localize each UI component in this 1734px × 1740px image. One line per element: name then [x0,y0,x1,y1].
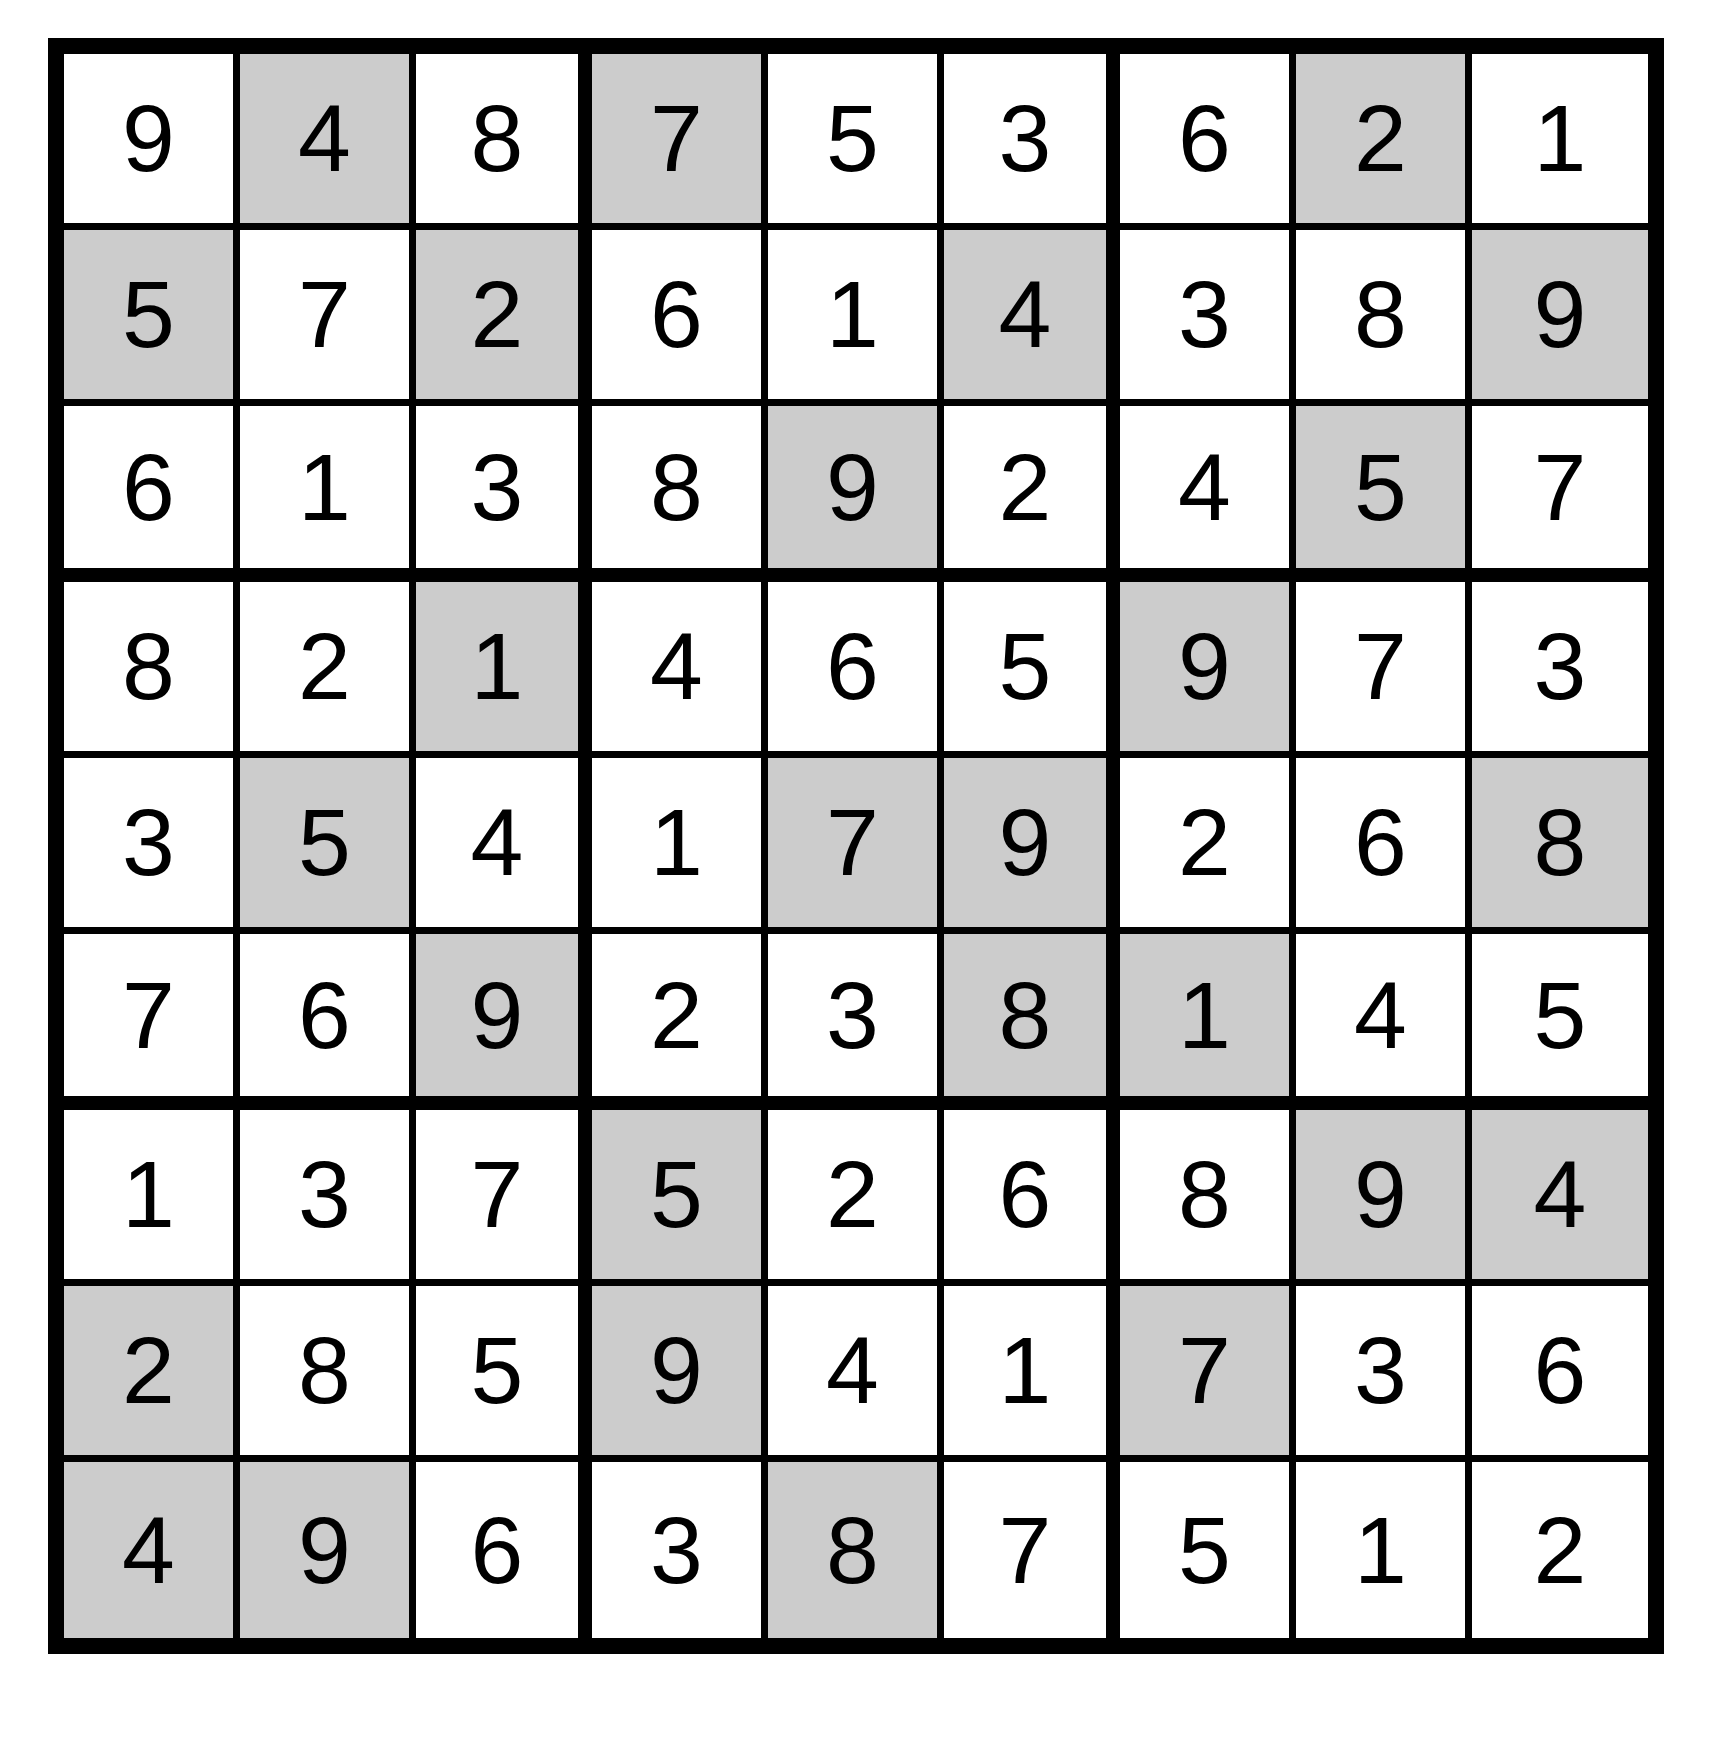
digit: 5 [1534,968,1587,1063]
cell-r8c1[interactable]: 2 [64,1286,240,1462]
cell-r4c8[interactable]: 7 [1296,582,1472,758]
cell-r7c3[interactable]: 7 [416,1110,592,1286]
digit: 9 [1354,1147,1407,1242]
digit: 6 [122,440,175,535]
cell-r8c2[interactable]: 8 [240,1286,416,1462]
cell-r1c4[interactable]: 7 [592,54,768,230]
cell-r9c9[interactable]: 2 [1472,1462,1648,1638]
cell-r9c5[interactable]: 8 [768,1462,944,1638]
digit: 1 [1354,1503,1407,1598]
digit: 9 [122,91,175,186]
digit: 3 [1178,267,1231,362]
digit: 1 [1534,91,1587,186]
cell-r2c5[interactable]: 1 [768,230,944,406]
cell-r3c2[interactable]: 1 [240,406,416,582]
digit: 7 [650,91,703,186]
cell-r7c2[interactable]: 3 [240,1110,416,1286]
digit: 1 [122,1147,175,1242]
cell-r2c9[interactable]: 9 [1472,230,1648,406]
cell-r3c4[interactable]: 8 [592,406,768,582]
digit: 8 [298,1323,351,1418]
cell-r5c1[interactable]: 3 [64,758,240,934]
cell-r4c4[interactable]: 4 [592,582,768,758]
cell-r5c4[interactable]: 1 [592,758,768,934]
digit: 1 [298,440,351,535]
cell-r1c9[interactable]: 1 [1472,54,1648,230]
cell-r6c5[interactable]: 3 [768,934,944,1110]
digit: 9 [1178,619,1231,714]
cell-r8c4[interactable]: 9 [592,1286,768,1462]
cell-r9c1[interactable]: 4 [64,1462,240,1638]
cell-r8c6[interactable]: 1 [944,1286,1120,1462]
digit: 9 [650,1323,703,1418]
digit: 4 [471,795,524,890]
cell-r5c6[interactable]: 9 [944,758,1120,934]
cell-r6c9[interactable]: 5 [1472,934,1648,1110]
cell-r7c8[interactable]: 9 [1296,1110,1472,1286]
cell-r2c7[interactable]: 3 [1120,230,1296,406]
cell-r8c8[interactable]: 3 [1296,1286,1472,1462]
cell-r6c4[interactable]: 2 [592,934,768,1110]
digit: 7 [1534,440,1587,535]
cell-r6c1[interactable]: 7 [64,934,240,1110]
cell-r3c1[interactable]: 6 [64,406,240,582]
digit: 9 [999,795,1052,890]
cell-r4c6[interactable]: 5 [944,582,1120,758]
digit: 2 [1178,795,1231,890]
cell-r8c5[interactable]: 4 [768,1286,944,1462]
digit: 5 [1354,440,1407,535]
cell-r1c7[interactable]: 6 [1120,54,1296,230]
cell-r1c3[interactable]: 8 [416,54,592,230]
cell-r2c8[interactable]: 8 [1296,230,1472,406]
cell-r8c3[interactable]: 5 [416,1286,592,1462]
cell-r2c4[interactable]: 6 [592,230,768,406]
digit: 1 [471,619,524,714]
digit: 3 [122,795,175,890]
cell-r9c7[interactable]: 5 [1120,1462,1296,1638]
cell-r4c5[interactable]: 6 [768,582,944,758]
cell-r2c6[interactable]: 4 [944,230,1120,406]
digit: 3 [1354,1323,1407,1418]
cell-r5c3[interactable]: 4 [416,758,592,934]
digit: 4 [298,91,351,186]
cell-r6c6[interactable]: 8 [944,934,1120,1110]
cell-r9c8[interactable]: 1 [1296,1462,1472,1638]
digit: 9 [298,1503,351,1598]
cell-r5c8[interactable]: 6 [1296,758,1472,934]
digit: 7 [122,968,175,1063]
digit: 8 [122,619,175,714]
page-background: 9487536215726143896138924578214659733541… [0,0,1734,1740]
digit: 7 [826,795,879,890]
cell-r3c7[interactable]: 4 [1120,406,1296,582]
digit: 8 [650,440,703,535]
cell-r3c3[interactable]: 3 [416,406,592,582]
cell-r2c3[interactable]: 2 [416,230,592,406]
digit: 9 [471,968,524,1063]
cell-r6c7[interactable]: 1 [1120,934,1296,1110]
digit: 3 [298,1147,351,1242]
digit: 4 [650,619,703,714]
cell-r7c4[interactable]: 5 [592,1110,768,1286]
cell-r1c6[interactable]: 3 [944,54,1120,230]
cell-r1c8[interactable]: 2 [1296,54,1472,230]
digit: 2 [999,440,1052,535]
digit: 5 [298,795,351,890]
digit: 5 [1178,1503,1231,1598]
digit: 6 [298,968,351,1063]
digit: 3 [999,91,1052,186]
cell-r7c1[interactable]: 1 [64,1110,240,1286]
digit: 3 [650,1503,703,1598]
cell-r1c5[interactable]: 5 [768,54,944,230]
digit: 2 [826,1147,879,1242]
cell-r3c9[interactable]: 7 [1472,406,1648,582]
cell-r6c2[interactable]: 6 [240,934,416,1110]
cell-r4c2[interactable]: 2 [240,582,416,758]
cell-r3c8[interactable]: 5 [1296,406,1472,582]
digit: 3 [826,968,879,1063]
cell-r5c5[interactable]: 7 [768,758,944,934]
cell-r5c9[interactable]: 8 [1472,758,1648,934]
digit: 2 [1354,91,1407,186]
digit: 2 [298,619,351,714]
digit: 8 [826,1503,879,1598]
digit: 3 [1534,619,1587,714]
digit: 6 [471,1503,524,1598]
digit: 7 [298,267,351,362]
digit: 5 [999,619,1052,714]
cell-r2c1[interactable]: 5 [64,230,240,406]
digit: 4 [1178,440,1231,535]
cell-r4c3[interactable]: 1 [416,582,592,758]
cell-r6c8[interactable]: 4 [1296,934,1472,1110]
digit: 1 [826,267,879,362]
digit: 6 [650,267,703,362]
cell-r4c7[interactable]: 9 [1120,582,1296,758]
cell-r2c2[interactable]: 7 [240,230,416,406]
digit: 5 [471,1323,524,1418]
digit: 2 [471,267,524,362]
digit: 8 [471,91,524,186]
cell-r9c6[interactable]: 7 [944,1462,1120,1638]
digit: 8 [1354,267,1407,362]
cell-r1c1[interactable]: 9 [64,54,240,230]
sudoku-board: 9487536215726143896138924578214659733541… [48,38,1664,1654]
cell-r9c2[interactable]: 9 [240,1462,416,1638]
digit: 2 [122,1323,175,1418]
cell-r9c3[interactable]: 6 [416,1462,592,1638]
cell-r7c6[interactable]: 6 [944,1110,1120,1286]
digit: 6 [1534,1323,1587,1418]
digit: 4 [1354,968,1407,1063]
cell-r1c2[interactable]: 4 [240,54,416,230]
digit: 6 [999,1147,1052,1242]
digit: 1 [999,1323,1052,1418]
digit: 9 [1534,267,1587,362]
digit: 8 [999,968,1052,1063]
digit: 5 [826,91,879,186]
digit: 7 [999,1503,1052,1598]
digit: 4 [826,1323,879,1418]
digit: 4 [1534,1147,1587,1242]
digit: 4 [122,1503,175,1598]
digit: 1 [650,795,703,890]
digit: 4 [999,267,1052,362]
digit: 8 [1534,795,1587,890]
cell-r7c5[interactable]: 2 [768,1110,944,1286]
digit: 7 [471,1147,524,1242]
digit: 3 [471,440,524,535]
cell-r7c7[interactable]: 8 [1120,1110,1296,1286]
cell-r5c2[interactable]: 5 [240,758,416,934]
digit: 9 [826,440,879,535]
digit: 1 [1178,968,1231,1063]
cell-r6c3[interactable]: 9 [416,934,592,1110]
digit: 6 [1354,795,1407,890]
digit: 6 [1178,91,1231,186]
cell-r8c7[interactable]: 7 [1120,1286,1296,1462]
digit: 2 [650,968,703,1063]
digit: 5 [650,1147,703,1242]
digit: 7 [1354,619,1407,714]
cell-r9c4[interactable]: 3 [592,1462,768,1638]
digit: 6 [826,619,879,714]
cell-r4c1[interactable]: 8 [64,582,240,758]
digit: 7 [1178,1323,1231,1418]
cell-r8c9[interactable]: 6 [1472,1286,1648,1462]
digit: 5 [122,267,175,362]
cell-r3c6[interactable]: 2 [944,406,1120,582]
cell-r3c5[interactable]: 9 [768,406,944,582]
cell-r4c9[interactable]: 3 [1472,582,1648,758]
digit: 2 [1534,1503,1587,1598]
cell-r5c7[interactable]: 2 [1120,758,1296,934]
cell-r7c9[interactable]: 4 [1472,1110,1648,1286]
digit: 8 [1178,1147,1231,1242]
